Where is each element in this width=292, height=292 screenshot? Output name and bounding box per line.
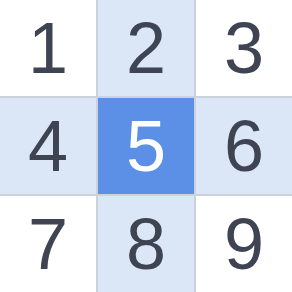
cell-r2c0[interactable]: 7 — [0, 196, 96, 292]
cell-r1c2[interactable]: 6 — [196, 98, 292, 194]
cell-r0c2[interactable]: 3 — [196, 0, 292, 96]
cell-r1c0[interactable]: 4 — [0, 98, 96, 194]
cell-r0c0[interactable]: 1 — [0, 0, 96, 96]
cell-r2c2[interactable]: 9 — [196, 196, 292, 292]
cell-r2c1[interactable]: 8 — [98, 196, 194, 292]
sudoku-grid: 1 2 3 4 5 6 7 8 9 — [0, 0, 292, 292]
cell-r0c1[interactable]: 2 — [98, 0, 194, 96]
cell-r1c1-selected[interactable]: 5 — [98, 98, 194, 194]
